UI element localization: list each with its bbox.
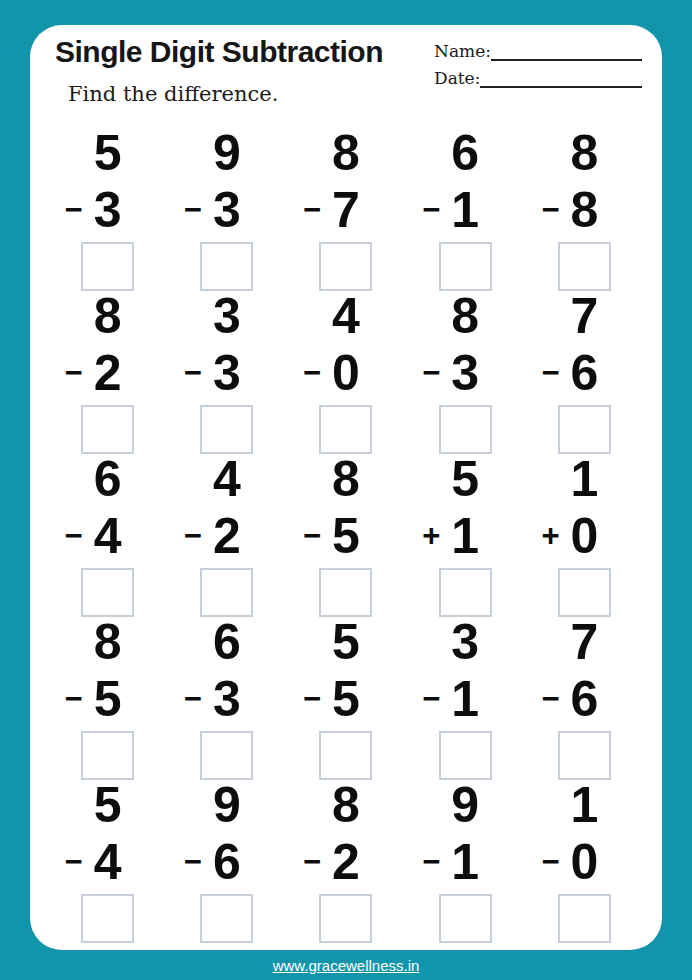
problem-cell: 6−1 — [406, 128, 525, 291]
operator-sign: − — [65, 846, 83, 877]
answer-box[interactable] — [319, 731, 372, 780]
problem-cell: 4−0 — [286, 291, 405, 454]
problem-cell: 9−3 — [167, 128, 286, 291]
minuend: 6 — [451, 130, 479, 176]
answer-box[interactable] — [558, 242, 611, 291]
subtrahend: 3 — [213, 345, 241, 401]
subtrahend: 7 — [332, 182, 360, 238]
answer-box[interactable] — [81, 894, 134, 943]
minuend: 6 — [94, 456, 122, 502]
minuend: 8 — [451, 293, 479, 339]
name-label: Name: — [434, 41, 491, 61]
minuend: 8 — [94, 619, 122, 665]
operator-row: −2 — [332, 839, 360, 885]
answer-box[interactable] — [81, 731, 134, 780]
minuend: 7 — [570, 293, 598, 339]
answer-box[interactable] — [200, 242, 253, 291]
problem-cell: 5−3 — [48, 128, 167, 291]
subtrahend: 2 — [332, 834, 360, 890]
answer-box[interactable] — [319, 405, 372, 454]
date-blank-line[interactable] — [480, 71, 642, 88]
answer-box[interactable] — [200, 405, 253, 454]
subtrahend: 3 — [213, 671, 241, 727]
operator-sign: − — [184, 520, 202, 551]
subtrahend: 3 — [213, 182, 241, 238]
operator-row: −4 — [94, 513, 122, 559]
problem-cell: 5−4 — [48, 780, 167, 943]
answer-box[interactable] — [439, 894, 492, 943]
operator-row: −2 — [94, 350, 122, 396]
subtrahend: 5 — [94, 671, 122, 727]
operator-sign: − — [65, 683, 83, 714]
problem-cell: 9−1 — [406, 780, 525, 943]
date-row: Date: — [434, 68, 642, 88]
operator-sign: + — [541, 520, 559, 551]
minuend: 9 — [213, 130, 241, 176]
operator-row: −5 — [94, 676, 122, 722]
problem-cell: 3−3 — [167, 291, 286, 454]
problem-cell: 8−2 — [48, 291, 167, 454]
answer-box[interactable] — [81, 405, 134, 454]
problem-cell: 3−1 — [406, 617, 525, 780]
problem-cell: 4−2 — [167, 454, 286, 617]
answer-box[interactable] — [200, 568, 253, 617]
answer-box[interactable] — [81, 242, 134, 291]
minuend: 7 — [570, 619, 598, 665]
subtrahend: 3 — [451, 345, 479, 401]
minuend: 9 — [451, 782, 479, 828]
subtrahend: 0 — [570, 508, 598, 564]
operator-row: −3 — [451, 350, 479, 396]
problem-cell: 9−6 — [167, 780, 286, 943]
subtrahend: 0 — [332, 345, 360, 401]
operator-sign: − — [422, 194, 440, 225]
problem-cell: 7−6 — [525, 291, 644, 454]
answer-box[interactable] — [439, 568, 492, 617]
operator-row: −4 — [94, 839, 122, 885]
operator-row: −3 — [213, 676, 241, 722]
operator-row: −2 — [213, 513, 241, 559]
problem-cell: 8−3 — [406, 291, 525, 454]
problem-cell: 5+1 — [406, 454, 525, 617]
operator-sign: − — [541, 683, 559, 714]
instructions-text: Find the difference. — [68, 82, 278, 106]
date-label: Date: — [434, 68, 480, 88]
minuend: 3 — [213, 293, 241, 339]
problem-cell: 6−3 — [167, 617, 286, 780]
operator-row: −5 — [332, 676, 360, 722]
operator-row: −7 — [332, 187, 360, 233]
subtrahend: 4 — [94, 508, 122, 564]
operator-sign: − — [184, 846, 202, 877]
operator-sign: − — [303, 520, 321, 551]
problem-cell: 8−8 — [525, 128, 644, 291]
problem-cell: 5−5 — [286, 617, 405, 780]
operator-row: −5 — [332, 513, 360, 559]
minuend: 8 — [332, 130, 360, 176]
operator-row: −3 — [213, 350, 241, 396]
problem-cell: 8−2 — [286, 780, 405, 943]
operator-row: −1 — [451, 839, 479, 885]
problem-cell: 6−4 — [48, 454, 167, 617]
minuend: 8 — [332, 456, 360, 502]
name-blank-line[interactable] — [491, 44, 642, 61]
operator-row: −8 — [570, 187, 598, 233]
problem-cell: 7−6 — [525, 617, 644, 780]
subtrahend: 5 — [332, 508, 360, 564]
operator-row: −6 — [213, 839, 241, 885]
operator-sign: − — [422, 357, 440, 388]
operator-sign: − — [303, 846, 321, 877]
operator-row: −6 — [570, 350, 598, 396]
operator-sign: − — [65, 357, 83, 388]
subtrahend: 1 — [451, 671, 479, 727]
name-row: Name: — [434, 41, 642, 61]
minuend: 4 — [332, 293, 360, 339]
minuend: 5 — [94, 130, 122, 176]
minuend: 3 — [451, 619, 479, 665]
answer-box[interactable] — [200, 894, 253, 943]
subtrahend: 1 — [451, 182, 479, 238]
minuend: 8 — [570, 130, 598, 176]
subtrahend: 3 — [94, 182, 122, 238]
answer-box[interactable] — [558, 568, 611, 617]
subtrahend: 1 — [451, 508, 479, 564]
problem-cell: 8−5 — [48, 617, 167, 780]
operator-sign: − — [303, 194, 321, 225]
operator-row: −3 — [94, 187, 122, 233]
operator-sign: − — [422, 683, 440, 714]
minuend: 6 — [213, 619, 241, 665]
operator-sign: − — [184, 683, 202, 714]
operator-row: −6 — [570, 676, 598, 722]
worksheet-page: Single Digit Subtraction Find the differ… — [30, 25, 662, 950]
operator-sign: − — [541, 357, 559, 388]
answer-box[interactable] — [439, 731, 492, 780]
subtrahend: 4 — [94, 834, 122, 890]
operator-sign: − — [65, 520, 83, 551]
operator-sign: − — [303, 683, 321, 714]
operator-sign: − — [541, 846, 559, 877]
minuend: 1 — [570, 782, 598, 828]
problem-cell: 1−0 — [525, 780, 644, 943]
operator-sign: − — [541, 194, 559, 225]
operator-row: +1 — [451, 513, 479, 559]
answer-box[interactable] — [81, 568, 134, 617]
subtrahend: 1 — [451, 834, 479, 890]
operator-row: −1 — [451, 676, 479, 722]
minuend: 5 — [94, 782, 122, 828]
subtrahend: 2 — [94, 345, 122, 401]
answer-box[interactable] — [319, 242, 372, 291]
page-title: Single Digit Subtraction — [55, 35, 383, 69]
minuend: 9 — [213, 782, 241, 828]
subtrahend: 6 — [213, 834, 241, 890]
problem-cell: 8−7 — [286, 128, 405, 291]
operator-row: −0 — [332, 350, 360, 396]
footer: www.gracewellness.in — [0, 957, 692, 975]
operator-row: +0 — [570, 513, 598, 559]
operator-sign: + — [422, 520, 440, 551]
operator-sign: − — [303, 357, 321, 388]
minuend: 8 — [94, 293, 122, 339]
problem-cell: 1+0 — [525, 454, 644, 617]
operator-sign: − — [184, 357, 202, 388]
name-date-block: Name: Date: — [434, 41, 642, 95]
subtrahend: 8 — [570, 182, 598, 238]
answer-box[interactable] — [319, 568, 372, 617]
answer-box[interactable] — [439, 405, 492, 454]
operator-row: −3 — [213, 187, 241, 233]
subtrahend: 5 — [332, 671, 360, 727]
operator-sign: − — [184, 194, 202, 225]
minuend: 8 — [332, 782, 360, 828]
operator-sign: − — [65, 194, 83, 225]
subtrahend: 6 — [570, 671, 598, 727]
minuend: 4 — [213, 456, 241, 502]
operator-sign: − — [422, 846, 440, 877]
operator-row: −1 — [451, 187, 479, 233]
operator-row: −0 — [570, 839, 598, 885]
minuend: 5 — [332, 619, 360, 665]
subtrahend: 2 — [213, 508, 241, 564]
subtrahend: 0 — [570, 834, 598, 890]
subtrahend: 6 — [570, 345, 598, 401]
problem-cell: 8−5 — [286, 454, 405, 617]
answer-box[interactable] — [558, 894, 611, 943]
minuend: 5 — [451, 456, 479, 502]
minuend: 1 — [570, 456, 598, 502]
answer-box[interactable] — [558, 405, 611, 454]
problems-grid: 5−39−38−76−18−88−23−34−08−37−66−44−28−55… — [48, 128, 644, 943]
answer-box[interactable] — [319, 894, 372, 943]
answer-box[interactable] — [200, 731, 253, 780]
answer-box[interactable] — [439, 242, 492, 291]
footer-link[interactable]: www.gracewellness.in — [273, 957, 420, 974]
answer-box[interactable] — [558, 731, 611, 780]
